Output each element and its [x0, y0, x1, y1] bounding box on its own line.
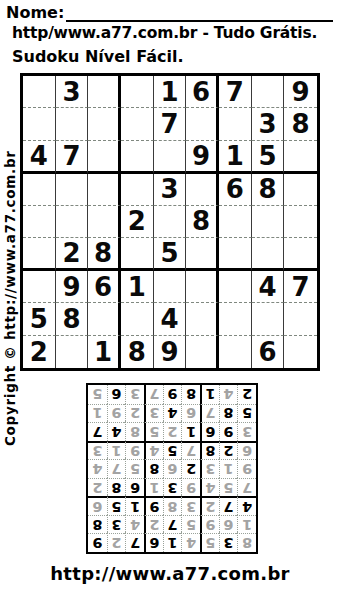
cell-r7c2: 9	[56, 271, 89, 303]
cell-r2c4	[121, 108, 154, 140]
cell-r7c4: 1	[121, 271, 154, 303]
footer-url: http://www.a77.com.br	[0, 563, 340, 584]
cell-r2c8: 3	[252, 108, 285, 140]
cell-r2c5: 7	[154, 108, 187, 140]
cell-r8c2: 8	[56, 303, 89, 335]
solution-cell-r4c5: 3	[163, 478, 182, 497]
cell-r5c9	[284, 206, 317, 238]
solution-cell-r9c7: 3	[125, 385, 144, 404]
cell-r4c3	[88, 174, 121, 206]
solution-cell-r7c7: 8	[125, 422, 144, 441]
cell-r9c2	[56, 336, 89, 368]
cell-r6c7	[219, 238, 252, 271]
solution-cell-r6c8: 1	[107, 441, 126, 460]
solution-cell-r2c5: 7	[163, 515, 182, 534]
cell-r3c2: 7	[56, 141, 89, 174]
cell-r8c6	[186, 303, 219, 335]
cell-r2c3	[88, 108, 121, 140]
solution-cell-r1c4: 4	[181, 533, 200, 552]
cell-r1c2: 3	[56, 76, 89, 108]
cell-r7c1	[23, 271, 56, 303]
solution-cell-r6c5: 5	[163, 441, 182, 460]
solution-cell-r3c8: 5	[107, 496, 126, 515]
cell-r3c5	[154, 141, 187, 174]
solution-cell-r2c4: 5	[181, 515, 200, 534]
solution-cell-r1c6: 6	[144, 533, 163, 552]
cell-r8c1: 5	[23, 303, 56, 335]
solution-cell-r9c8: 6	[107, 385, 126, 404]
solution-cell-r7c3: 6	[200, 422, 219, 441]
solution-cell-r9c1: 2	[237, 385, 256, 404]
cell-r2c2	[56, 108, 89, 140]
solution-cell-r4c2: 5	[219, 478, 238, 497]
solution-cell-r4c4: 9	[181, 478, 200, 497]
solution-cell-r2c7: 4	[125, 515, 144, 534]
cell-r6c9	[284, 238, 317, 271]
cell-r3c3	[88, 141, 121, 174]
solution-grid: 8354167291695724384723891567549316829132…	[86, 383, 258, 554]
solution-cell-r8c9: 1	[88, 404, 107, 423]
sudoku-grid: 3167973847915368282859614758421896	[20, 73, 320, 371]
cell-r9c6	[186, 336, 219, 368]
site-title: http/www.a77.com.br - Tudo Grátis.	[12, 24, 317, 42]
cell-r8c3	[88, 303, 121, 335]
solution-cell-r4c7: 6	[125, 478, 144, 497]
cell-r7c3: 6	[88, 271, 121, 303]
cell-r8c4	[121, 303, 154, 335]
cell-r5c6: 8	[186, 206, 219, 238]
cell-r3c9	[284, 141, 317, 174]
solution-cell-r8c1: 5	[237, 404, 256, 423]
solution-cell-r4c3: 4	[200, 478, 219, 497]
solution-cell-r7c4: 1	[181, 422, 200, 441]
solution-cell-r3c4: 3	[181, 496, 200, 515]
solution-cell-r3c7: 1	[125, 496, 144, 515]
cell-r8c8	[252, 303, 285, 335]
solution-cell-r1c5: 1	[163, 533, 182, 552]
solution-cell-r1c7: 7	[125, 533, 144, 552]
cell-r4c5: 3	[154, 174, 187, 206]
solution-cell-r5c7: 5	[125, 459, 144, 478]
cell-r9c5: 9	[154, 336, 187, 368]
solution-cell-r6c4: 7	[181, 441, 200, 460]
solution-cell-r9c3: 1	[200, 385, 219, 404]
cell-r8c7	[219, 303, 252, 335]
solution-cell-r5c6: 8	[144, 459, 163, 478]
solution-cell-r7c6: 5	[144, 422, 163, 441]
cell-r6c6	[186, 238, 219, 271]
solution-cell-r7c9: 7	[88, 422, 107, 441]
solution-cell-r4c9: 2	[88, 478, 107, 497]
solution-cell-r1c9: 9	[88, 533, 107, 552]
cell-r1c8	[252, 76, 285, 108]
cell-r4c9	[284, 174, 317, 206]
cell-r2c7	[219, 108, 252, 140]
solution-cell-r4c8: 8	[107, 478, 126, 497]
solution-cell-r2c9: 8	[88, 515, 107, 534]
cell-r4c4	[121, 174, 154, 206]
solution-cell-r1c1: 8	[237, 533, 256, 552]
solution-cell-r2c3: 9	[200, 515, 219, 534]
cell-r7c6	[186, 271, 219, 303]
cell-r1c3	[88, 76, 121, 108]
cell-r9c7	[219, 336, 252, 368]
cell-r6c1	[23, 238, 56, 271]
cell-r9c8: 6	[252, 336, 285, 368]
solution-cell-r5c8: 7	[107, 459, 126, 478]
solution-cell-r5c5: 6	[163, 459, 182, 478]
solution-cell-r3c1: 4	[237, 496, 256, 515]
solution-cell-r1c3: 5	[200, 533, 219, 552]
cell-r1c9: 9	[284, 76, 317, 108]
solution-cell-r8c3: 7	[200, 404, 219, 423]
solution-cell-r3c2: 7	[219, 496, 238, 515]
cell-r1c1	[23, 76, 56, 108]
cell-r4c6	[186, 174, 219, 206]
cell-r5c1	[23, 206, 56, 238]
solution-cell-r8c2: 8	[219, 404, 238, 423]
cell-r4c8: 8	[252, 174, 285, 206]
cell-r5c7	[219, 206, 252, 238]
solution-cell-r5c2: 1	[219, 459, 238, 478]
solution-cell-r2c1: 1	[237, 515, 256, 534]
solution-cell-r7c8: 4	[107, 422, 126, 441]
solution-cell-r6c6: 4	[144, 441, 163, 460]
cell-r6c3: 8	[88, 238, 121, 271]
cell-r3c8: 5	[252, 141, 285, 174]
cell-r9c9	[284, 336, 317, 368]
solution-cell-r5c4: 2	[181, 459, 200, 478]
cell-r3c4	[121, 141, 154, 174]
solution-cell-r1c2: 3	[219, 533, 238, 552]
solution-cell-r2c2: 6	[219, 515, 238, 534]
solution-cell-r2c6: 2	[144, 515, 163, 534]
cell-r2c1	[23, 108, 56, 140]
cell-r7c9: 7	[284, 271, 317, 303]
cell-r7c5	[154, 271, 187, 303]
solution-cell-r8c4: 6	[181, 404, 200, 423]
cell-r4c7: 6	[219, 174, 252, 206]
solution-cell-r6c9: 3	[88, 441, 107, 460]
solution-cell-r9c2: 4	[219, 385, 238, 404]
solution-cell-r6c1: 6	[237, 441, 256, 460]
cell-r5c2	[56, 206, 89, 238]
cell-r1c5: 1	[154, 76, 187, 108]
solution-cell-r8c6: 3	[144, 404, 163, 423]
cell-r5c4: 2	[121, 206, 154, 238]
cell-r3c1: 4	[23, 141, 56, 174]
solution-cell-r4c1: 7	[237, 478, 256, 497]
cell-r6c4	[121, 238, 154, 271]
cell-r6c5: 5	[154, 238, 187, 271]
cell-r5c5	[154, 206, 187, 238]
cell-r9c1: 2	[23, 336, 56, 368]
solution-cell-r7c1: 3	[237, 422, 256, 441]
solution-cell-r5c3: 3	[200, 459, 219, 478]
solution-cell-r4c6: 1	[144, 478, 163, 497]
solution-cell-r8c7: 2	[125, 404, 144, 423]
name-underline	[66, 5, 333, 22]
solution-cell-r6c7: 9	[125, 441, 144, 460]
solution-cell-r2c8: 3	[107, 515, 126, 534]
cell-r8c5: 4	[154, 303, 187, 335]
cell-r5c8	[252, 206, 285, 238]
solution-cell-r6c2: 2	[219, 441, 238, 460]
difficulty-title: Sudoku Nível Fácil.	[12, 47, 184, 66]
solution-cell-r3c6: 9	[144, 496, 163, 515]
sudoku-sheet: Nome: http/www.a77.com.br - Tudo Grátis.…	[0, 0, 340, 596]
cell-r4c1	[23, 174, 56, 206]
cell-r5c3	[88, 206, 121, 238]
solution-cell-r9c6: 7	[144, 385, 163, 404]
cell-r2c6	[186, 108, 219, 140]
cell-r1c7: 7	[219, 76, 252, 108]
copyright-text: Copyright © http://www.a77.com.br	[2, 150, 18, 446]
solution-cell-r8c5: 4	[163, 404, 182, 423]
solution-cell-r9c9: 5	[88, 385, 107, 404]
name-label: Nome:	[6, 3, 64, 22]
solution-cell-r5c1: 9	[237, 459, 256, 478]
cell-r3c6: 9	[186, 141, 219, 174]
cell-r9c3: 1	[88, 336, 121, 368]
name-row: Nome:	[6, 3, 333, 22]
cell-r6c8	[252, 238, 285, 271]
solution-cell-r6c3: 8	[200, 441, 219, 460]
cell-r2c9: 8	[284, 108, 317, 140]
cell-r4c2	[56, 174, 89, 206]
solution-cell-r5c9: 4	[88, 459, 107, 478]
solution-cell-r3c9: 6	[88, 496, 107, 515]
cell-r8c9	[284, 303, 317, 335]
solution-cell-r9c5: 9	[163, 385, 182, 404]
solution-cell-r8c8: 9	[107, 404, 126, 423]
cell-r6c2: 2	[56, 238, 89, 271]
cell-r7c7	[219, 271, 252, 303]
solution-cell-r7c5: 2	[163, 422, 182, 441]
cell-r3c7: 1	[219, 141, 252, 174]
cell-r9c4: 8	[121, 336, 154, 368]
solution-cell-r7c2: 9	[219, 422, 238, 441]
solution-cell-r1c8: 2	[107, 533, 126, 552]
cell-r1c6: 6	[186, 76, 219, 108]
solution-cell-r3c3: 2	[200, 496, 219, 515]
cell-r1c4	[121, 76, 154, 108]
cell-r7c8: 4	[252, 271, 285, 303]
solution-cell-r3c5: 8	[163, 496, 182, 515]
solution-cell-r9c4: 8	[181, 385, 200, 404]
